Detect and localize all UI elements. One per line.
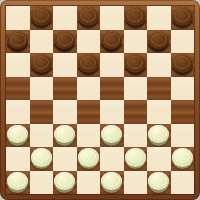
- square-r0c7[interactable]: [171, 6, 195, 30]
- square-r1c6[interactable]: [147, 30, 171, 54]
- light-piece[interactable]: [7, 125, 28, 146]
- square-r1c3[interactable]: [77, 30, 101, 54]
- light-piece[interactable]: [172, 148, 193, 169]
- checkers-board: [6, 6, 194, 194]
- dark-piece[interactable]: [7, 31, 28, 52]
- square-r2c6[interactable]: [147, 53, 171, 77]
- square-r7c4[interactable]: [100, 171, 124, 195]
- square-r0c0[interactable]: [6, 6, 30, 30]
- square-r7c1[interactable]: [30, 171, 54, 195]
- square-r7c0[interactable]: [6, 171, 30, 195]
- square-r4c0[interactable]: [6, 100, 30, 124]
- square-r1c4[interactable]: [100, 30, 124, 54]
- square-r4c4[interactable]: [100, 100, 124, 124]
- light-piece[interactable]: [101, 125, 122, 146]
- light-piece[interactable]: [54, 125, 75, 146]
- square-r5c1[interactable]: [30, 124, 54, 148]
- light-piece[interactable]: [54, 172, 75, 193]
- square-r0c4[interactable]: [100, 6, 124, 30]
- square-r4c2[interactable]: [53, 100, 77, 124]
- square-r3c6[interactable]: [147, 77, 171, 101]
- dark-piece[interactable]: [148, 31, 169, 52]
- square-r7c3[interactable]: [77, 171, 101, 195]
- dark-piece[interactable]: [101, 31, 122, 52]
- square-r3c5[interactable]: [124, 77, 148, 101]
- dark-piece[interactable]: [125, 7, 146, 28]
- square-r1c1[interactable]: [30, 30, 54, 54]
- square-r5c6[interactable]: [147, 124, 171, 148]
- square-r1c0[interactable]: [6, 30, 30, 54]
- square-r4c1[interactable]: [30, 100, 54, 124]
- square-r6c5[interactable]: [124, 147, 148, 171]
- square-r3c2[interactable]: [53, 77, 77, 101]
- checkers-board-frame: [0, 0, 200, 200]
- square-r6c6[interactable]: [147, 147, 171, 171]
- dark-piece[interactable]: [78, 54, 99, 75]
- dark-piece[interactable]: [172, 54, 193, 75]
- dark-piece[interactable]: [31, 7, 52, 28]
- square-r5c0[interactable]: [6, 124, 30, 148]
- square-r1c2[interactable]: [53, 30, 77, 54]
- square-r6c0[interactable]: [6, 147, 30, 171]
- dark-piece[interactable]: [125, 54, 146, 75]
- square-r2c0[interactable]: [6, 53, 30, 77]
- square-r3c3[interactable]: [77, 77, 101, 101]
- light-piece[interactable]: [7, 172, 28, 193]
- light-piece[interactable]: [78, 148, 99, 169]
- square-r7c5[interactable]: [124, 171, 148, 195]
- square-r2c4[interactable]: [100, 53, 124, 77]
- square-r0c2[interactable]: [53, 6, 77, 30]
- square-r6c1[interactable]: [30, 147, 54, 171]
- square-r3c1[interactable]: [30, 77, 54, 101]
- square-r4c6[interactable]: [147, 100, 171, 124]
- light-piece[interactable]: [148, 172, 169, 193]
- square-r6c3[interactable]: [77, 147, 101, 171]
- square-r0c3[interactable]: [77, 6, 101, 30]
- dark-piece[interactable]: [54, 31, 75, 52]
- square-r3c4[interactable]: [100, 77, 124, 101]
- light-piece[interactable]: [101, 172, 122, 193]
- square-r2c2[interactable]: [53, 53, 77, 77]
- square-r5c7[interactable]: [171, 124, 195, 148]
- square-r4c5[interactable]: [124, 100, 148, 124]
- square-r2c7[interactable]: [171, 53, 195, 77]
- square-r5c3[interactable]: [77, 124, 101, 148]
- light-piece[interactable]: [148, 125, 169, 146]
- square-r4c7[interactable]: [171, 100, 195, 124]
- square-r5c4[interactable]: [100, 124, 124, 148]
- light-piece[interactable]: [125, 148, 146, 169]
- square-r3c7[interactable]: [171, 77, 195, 101]
- square-r0c1[interactable]: [30, 6, 54, 30]
- square-r0c6[interactable]: [147, 6, 171, 30]
- light-piece[interactable]: [31, 148, 52, 169]
- dark-piece[interactable]: [31, 54, 52, 75]
- square-r3c0[interactable]: [6, 77, 30, 101]
- square-r1c5[interactable]: [124, 30, 148, 54]
- square-r2c1[interactable]: [30, 53, 54, 77]
- square-r2c5[interactable]: [124, 53, 148, 77]
- square-r7c7[interactable]: [171, 171, 195, 195]
- square-r4c3[interactable]: [77, 100, 101, 124]
- square-r6c4[interactable]: [100, 147, 124, 171]
- square-r5c5[interactable]: [124, 124, 148, 148]
- square-r0c5[interactable]: [124, 6, 148, 30]
- square-r7c2[interactable]: [53, 171, 77, 195]
- square-r7c6[interactable]: [147, 171, 171, 195]
- dark-piece[interactable]: [78, 7, 99, 28]
- dark-piece[interactable]: [172, 7, 193, 28]
- square-r1c7[interactable]: [171, 30, 195, 54]
- square-r5c2[interactable]: [53, 124, 77, 148]
- square-r6c2[interactable]: [53, 147, 77, 171]
- square-r2c3[interactable]: [77, 53, 101, 77]
- square-r6c7[interactable]: [171, 147, 195, 171]
